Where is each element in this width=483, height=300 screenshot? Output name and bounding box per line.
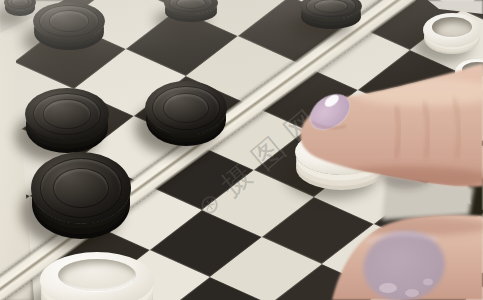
index-finger	[300, 64, 483, 190]
thumb	[332, 215, 483, 300]
photo-board-scene: ⊛ 摄图网	[0, 0, 483, 300]
hand	[0, 0, 483, 300]
